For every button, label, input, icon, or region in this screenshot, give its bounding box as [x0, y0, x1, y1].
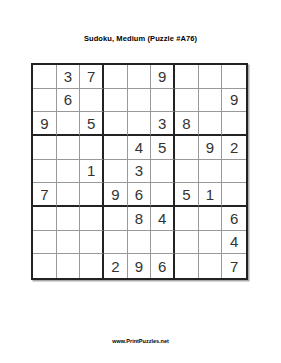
sudoku-cell-r8c5	[128, 231, 152, 255]
sudoku-cell-r9c5: 9	[128, 254, 152, 278]
sudoku-cell-r3c4	[104, 112, 128, 136]
sudoku-cell-r8c7	[175, 231, 199, 255]
sudoku-cell-r8c3	[80, 231, 104, 255]
sudoku-cell-r1c6: 9	[151, 65, 175, 89]
sudoku-cell-r6c7: 5	[175, 183, 199, 207]
sudoku-cell-r9c3	[80, 254, 104, 278]
sudoku-cell-r7c4	[104, 207, 128, 231]
sudoku-cell-r4c2	[57, 136, 81, 160]
sudoku-cell-r2c8	[199, 89, 223, 113]
sudoku-cell-r8c4	[104, 231, 128, 255]
sudoku-cell-r1c8	[199, 65, 223, 89]
sudoku-cell-r9c1	[33, 254, 57, 278]
sudoku-cell-r2c9: 9	[222, 89, 246, 113]
sudoku-cell-r3c7: 8	[175, 112, 199, 136]
sudoku-cell-r4c5: 4	[128, 136, 152, 160]
sudoku-cell-r3c8	[199, 112, 223, 136]
sudoku-cell-r3c3: 5	[80, 112, 104, 136]
sudoku-cell-r2c1	[33, 89, 57, 113]
sudoku-cell-r4c4	[104, 136, 128, 160]
sudoku-cell-r9c7	[175, 254, 199, 278]
sudoku-cell-r6c2	[57, 183, 81, 207]
sudoku-cell-r5c3: 1	[80, 160, 104, 184]
sudoku-cell-r9c6: 6	[151, 254, 175, 278]
sudoku-cell-r3c2	[57, 112, 81, 136]
sudoku-cell-r6c5: 6	[128, 183, 152, 207]
sudoku-cell-r2c7	[175, 89, 199, 113]
sudoku-cell-r8c8	[199, 231, 223, 255]
sudoku-cell-r5c9	[222, 160, 246, 184]
sudoku-cell-r6c9	[222, 183, 246, 207]
sudoku-cell-r8c9: 4	[222, 231, 246, 255]
sudoku-cell-r9c9: 7	[222, 254, 246, 278]
sudoku-cell-r5c4	[104, 160, 128, 184]
sudoku-cell-r5c7	[175, 160, 199, 184]
sudoku-cell-r1c5	[128, 65, 152, 89]
sudoku-cell-r2c6	[151, 89, 175, 113]
sudoku-cell-r3c5	[128, 112, 152, 136]
sudoku-cell-r6c1: 7	[33, 183, 57, 207]
sudoku-cell-r7c6: 4	[151, 207, 175, 231]
sudoku-cell-r5c5: 3	[128, 160, 152, 184]
sudoku-cell-r5c2	[57, 160, 81, 184]
sudoku-cell-r6c6	[151, 183, 175, 207]
sudoku-cell-r2c2: 6	[57, 89, 81, 113]
sudoku-cell-r1c9	[222, 65, 246, 89]
sudoku-cell-r3c6: 3	[151, 112, 175, 136]
sudoku-cell-r4c8: 9	[199, 136, 223, 160]
sudoku-cell-r2c3	[80, 89, 104, 113]
sudoku-board: 3796995384592137965184642967	[31, 63, 248, 280]
sudoku-cell-r9c8	[199, 254, 223, 278]
sudoku-cell-r6c4: 9	[104, 183, 128, 207]
sudoku-cell-r2c4	[104, 89, 128, 113]
sudoku-cell-r1c7	[175, 65, 199, 89]
sudoku-cell-r7c8	[199, 207, 223, 231]
sudoku-cell-r7c9: 6	[222, 207, 246, 231]
sudoku-cell-r7c5: 8	[128, 207, 152, 231]
sudoku-cell-r5c8	[199, 160, 223, 184]
sudoku-cell-r3c1: 9	[33, 112, 57, 136]
sudoku-cell-r8c2	[57, 231, 81, 255]
sudoku-cell-r8c1	[33, 231, 57, 255]
sudoku-cell-r4c9: 2	[222, 136, 246, 160]
sudoku-cell-r6c8: 1	[199, 183, 223, 207]
sudoku-cell-r5c6	[151, 160, 175, 184]
sudoku-cell-r5c1	[33, 160, 57, 184]
sudoku-cell-r4c7	[175, 136, 199, 160]
sudoku-cell-r1c1	[33, 65, 57, 89]
sudoku-cell-r3c9	[222, 112, 246, 136]
sudoku-cell-r9c2	[57, 254, 81, 278]
sudoku-cell-r4c6: 5	[151, 136, 175, 160]
page-title: Sudoku, Medium (Puzzle #A76)	[0, 34, 281, 43]
sudoku-cell-r1c2: 3	[57, 65, 81, 89]
sudoku-cell-r9c4: 2	[104, 254, 128, 278]
sudoku-cell-r4c1	[33, 136, 57, 160]
sudoku-cell-r6c3	[80, 183, 104, 207]
sudoku-cell-r1c3: 7	[80, 65, 104, 89]
sudoku-cell-r7c2	[57, 207, 81, 231]
sudoku-cell-r8c6	[151, 231, 175, 255]
sudoku-cell-r7c3	[80, 207, 104, 231]
sudoku-cell-r7c7	[175, 207, 199, 231]
sudoku-cell-r1c4	[104, 65, 128, 89]
sudoku-cell-r7c1	[33, 207, 57, 231]
sudoku-cell-r2c5	[128, 89, 152, 113]
sudoku-cell-r4c3	[80, 136, 104, 160]
footer-site-url: www.PrintPuzzles.net	[0, 338, 281, 344]
